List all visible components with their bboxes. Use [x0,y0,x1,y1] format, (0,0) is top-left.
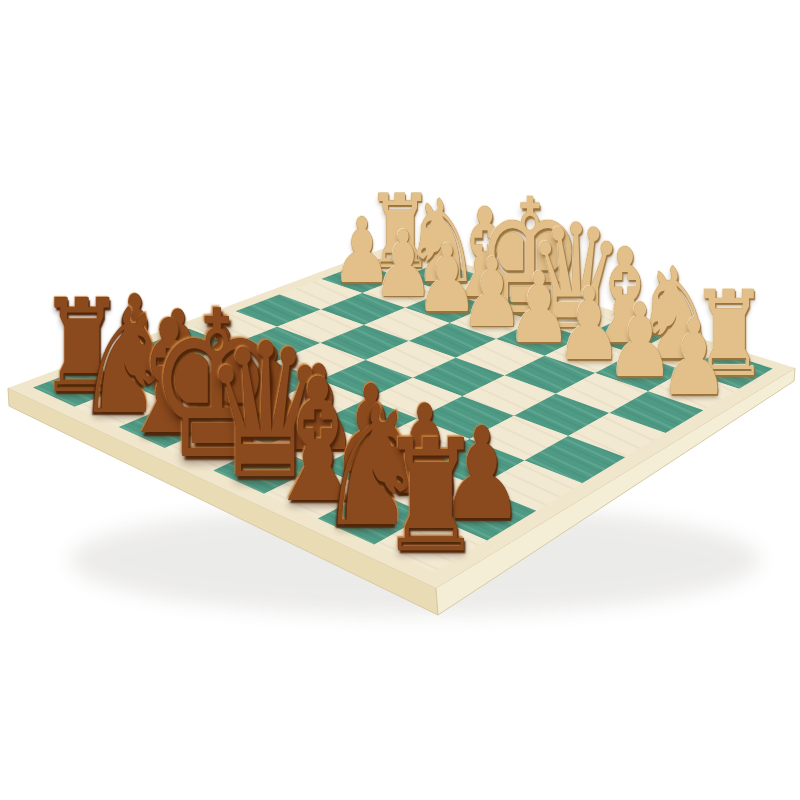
chess-set-photo: ♜♞♟♝♟♚♟♛♟♝♟♞♟♟♜♟♟♜♟♟♞♟♝♟♚♟♛♟♝♟♞♜ [0,0,800,800]
chessboard [0,0,800,800]
